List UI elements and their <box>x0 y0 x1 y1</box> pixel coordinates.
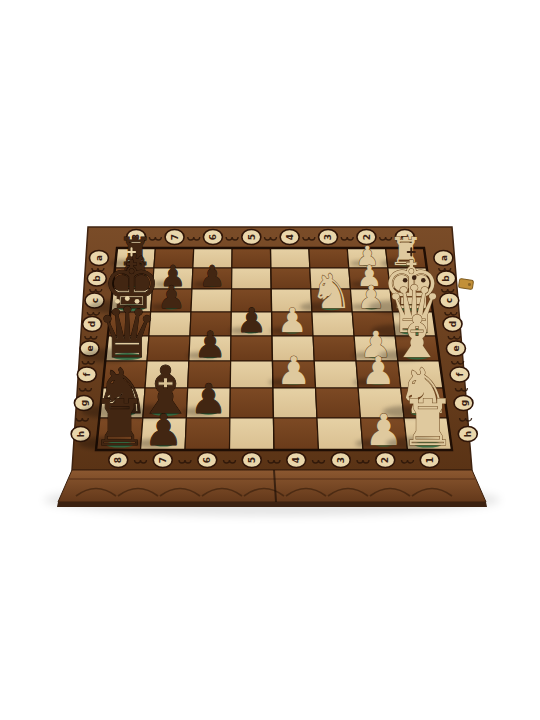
rook-glyph: ♜ <box>91 386 148 460</box>
coordinate-top-5: 5 <box>242 230 261 245</box>
coordinate-right-h: h <box>458 427 477 442</box>
pawn-glyph: ♟ <box>144 405 183 455</box>
pawn-glyph: ♟ <box>277 348 311 393</box>
svg-text:4: 4 <box>291 457 301 463</box>
svg-text:h: h <box>76 431 86 437</box>
svg-text:6: 6 <box>202 457 212 463</box>
coordinate-top-6: 6 <box>203 230 222 245</box>
coordinate-bottom-5: 5 <box>242 453 261 468</box>
coordinate-right-f: f <box>450 367 469 382</box>
coordinate-right-e: e <box>446 341 465 356</box>
svg-text:b: b <box>92 275 102 282</box>
coordinate-right-d: d <box>443 317 462 332</box>
queen-crown-dot <box>421 278 426 283</box>
square-h3[interactable] <box>317 418 363 450</box>
coordinate-top-4: 4 <box>280 230 299 245</box>
queen-crown-dot <box>403 278 408 283</box>
square-a5[interactable] <box>232 248 271 268</box>
svg-text:7: 7 <box>170 234 180 240</box>
svg-text:d: d <box>448 321 458 327</box>
svg-text:3: 3 <box>323 234 333 240</box>
pawn-glyph: ♟ <box>361 348 395 393</box>
queen-crown-dot <box>412 275 417 280</box>
knight-glyph: ♞ <box>310 264 353 319</box>
board-bottom-edge <box>57 502 487 507</box>
svg-text:5: 5 <box>247 234 257 240</box>
board-front-face <box>58 470 486 502</box>
pawn-glyph: ♟ <box>277 301 307 340</box>
svg-text:c: c <box>444 298 454 303</box>
coordinate-top-3: 3 <box>319 230 338 245</box>
pawn-glyph: ♟ <box>190 375 227 423</box>
coordinate-bottom-3: 3 <box>331 453 350 468</box>
square-b4[interactable] <box>271 268 311 289</box>
square-f5[interactable] <box>230 361 273 388</box>
svg-text:g: g <box>459 400 469 406</box>
svg-text:7: 7 <box>158 457 168 463</box>
svg-text:f: f <box>82 372 92 376</box>
svg-text:f: f <box>455 372 465 376</box>
svg-text:6: 6 <box>208 234 218 240</box>
square-g3[interactable] <box>316 388 361 418</box>
pawn-glyph: ♟ <box>194 324 226 365</box>
square-h5[interactable] <box>230 418 275 450</box>
coordinate-bottom-6: 6 <box>198 453 217 468</box>
svg-text:h: h <box>463 431 473 437</box>
square-h4[interactable] <box>273 418 318 450</box>
board-svg: 8877665544332211aabbccddeeffgghh♜♟♜♞♟♟♟♚… <box>0 0 540 720</box>
pawn-glyph: ♟ <box>158 279 186 315</box>
svg-text:e: e <box>451 345 461 351</box>
svg-text:2: 2 <box>380 457 390 463</box>
svg-text:3: 3 <box>336 457 346 463</box>
queen-crown-dot <box>135 299 140 304</box>
square-g5[interactable] <box>230 388 274 418</box>
pawn-glyph: ♟ <box>199 259 225 293</box>
square-a4[interactable] <box>271 248 310 268</box>
square-b5[interactable] <box>232 268 272 289</box>
brass-clasp <box>458 279 473 290</box>
queen-crown-dot <box>115 299 120 304</box>
square-f3[interactable] <box>314 361 358 388</box>
chess-set-photo: 8877665544332211aabbccddeeffgghh♜♟♜♞♟♟♟♚… <box>0 0 540 720</box>
coordinate-top-7: 7 <box>165 230 184 245</box>
svg-text:4: 4 <box>285 234 295 240</box>
rook-glyph: ♜ <box>399 386 456 460</box>
square-e3[interactable] <box>313 336 356 361</box>
coordinate-right-g: g <box>454 396 473 411</box>
pawn-glyph: ♟ <box>236 301 266 340</box>
svg-text:5: 5 <box>247 457 257 463</box>
coordinate-bottom-4: 4 <box>287 453 306 468</box>
svg-text:g: g <box>79 400 89 406</box>
queen-crown-dot <box>125 296 130 301</box>
